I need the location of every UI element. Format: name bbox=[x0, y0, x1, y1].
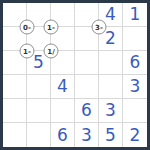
cell-r4c4[interactable] bbox=[75, 75, 99, 99]
cell-r4c2[interactable] bbox=[27, 75, 51, 99]
cell-r1c2[interactable] bbox=[27, 3, 51, 27]
cell-r6c6[interactable]: 2 bbox=[123, 123, 147, 147]
cell-r4c5[interactable] bbox=[99, 75, 123, 99]
cell-r2c4[interactable] bbox=[75, 27, 99, 51]
cell-r5c4[interactable]: 6 bbox=[75, 99, 99, 123]
cell-r1c4[interactable] bbox=[75, 3, 99, 27]
cell-r6c3[interactable]: 6 bbox=[51, 123, 75, 147]
mathrax-board: 4125643636352 0-1-3-1-1/ bbox=[0, 0, 150, 150]
cell-r2c1[interactable] bbox=[3, 27, 27, 51]
cell-r1c1[interactable] bbox=[3, 3, 27, 27]
cell-r2c6[interactable] bbox=[123, 27, 147, 51]
cell-r5c2[interactable] bbox=[27, 99, 51, 123]
cell-r3c3[interactable] bbox=[51, 51, 75, 75]
cell-r2c5[interactable]: 2 bbox=[99, 27, 123, 51]
cell-r6c5[interactable]: 5 bbox=[99, 123, 123, 147]
cell-r5c3[interactable] bbox=[51, 99, 75, 123]
cell-r3c5[interactable] bbox=[99, 51, 123, 75]
cell-r1c6[interactable]: 1 bbox=[123, 3, 147, 27]
cell-r4c3[interactable]: 4 bbox=[51, 75, 75, 99]
cell-r4c6[interactable]: 3 bbox=[123, 75, 147, 99]
cell-r6c4[interactable]: 3 bbox=[75, 123, 99, 147]
cell-r1c5[interactable]: 4 bbox=[99, 3, 123, 27]
cell-r6c2[interactable] bbox=[27, 123, 51, 147]
cell-r3c1[interactable] bbox=[3, 51, 27, 75]
cell-r5c5[interactable]: 3 bbox=[99, 99, 123, 123]
cell-r1c3[interactable] bbox=[51, 3, 75, 27]
cell-r3c6[interactable]: 6 bbox=[123, 51, 147, 75]
cell-r2c3[interactable] bbox=[51, 27, 75, 51]
puzzle-grid: 4125643636352 bbox=[3, 3, 147, 147]
cell-r6c1[interactable] bbox=[3, 123, 27, 147]
cell-r3c2[interactable]: 5 bbox=[27, 51, 51, 75]
cell-r4c1[interactable] bbox=[3, 75, 27, 99]
cell-r3c4[interactable] bbox=[75, 51, 99, 75]
cell-r5c1[interactable] bbox=[3, 99, 27, 123]
cell-r2c2[interactable] bbox=[27, 27, 51, 51]
cell-r5c6[interactable] bbox=[123, 99, 147, 123]
